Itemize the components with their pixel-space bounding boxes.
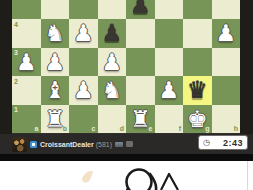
square-d3[interactable]: ♟ [98,48,127,77]
square-b5[interactable] [41,0,70,19]
piece-white-bishop[interactable]: ♝ [44,76,65,105]
square-a2[interactable]: 2 [12,76,41,105]
panel-divider [247,161,248,190]
file-label-g: g [205,125,209,132]
piece-white-pawn[interactable]: ♟ [101,48,122,77]
square-c5[interactable] [69,0,98,19]
rank-label-1: 1 [14,106,18,113]
square-a5[interactable] [12,0,41,19]
square-b4[interactable]: ♞ [41,19,70,48]
file-label-h: h [234,125,238,132]
square-e1[interactable]: ♜e [126,105,155,134]
rank-label-4: 4 [14,21,18,28]
clock-icon: ◷ [203,139,210,147]
piece-white-pawn[interactable]: ♟ [16,48,37,77]
square-a1[interactable]: 1a [12,105,41,134]
square-c1[interactable]: c [69,105,98,134]
file-label-b: b [63,125,67,132]
player-rating: (581) [96,141,112,148]
separator-strip [0,154,253,161]
player-avatar[interactable] [12,137,27,152]
file-label-d: d [120,125,124,132]
square-e2[interactable] [126,76,155,105]
piece-white-pawn[interactable]: ♟ [158,76,179,105]
square-f5[interactable] [155,0,184,19]
white-clock: ◷ 2:43 [198,135,248,150]
chess-board[interactable]: ♟4♞♟♟♟♟3♟♟2♝♟♞♟♛1a♜bcd♜ef♚gh [12,0,240,134]
square-a3[interactable]: ♟3 [12,48,41,77]
square-h3[interactable] [212,48,241,77]
file-label-e: e [149,125,153,132]
square-g5[interactable] [183,0,212,19]
rank-label-2: 2 [14,78,18,85]
chess-app-window: ♟4♞♟♟♟♟3♟♟2♝♟♞♟♛1a♜bcd♜ef♚gh CroissantDe… [0,0,253,190]
chess-board-grid[interactable]: ♟4♞♟♟♟♟3♟♟2♝♟♞♟♛1a♜bcd♜ef♚gh [12,0,240,133]
square-a4[interactable]: 4 [12,19,41,48]
file-label-a: a [35,125,39,132]
square-g4[interactable] [183,19,212,48]
piece-black-pawn[interactable]: ♟ [130,0,151,19]
square-f2[interactable]: ♟ [155,76,184,105]
piece-white-rook[interactable]: ♜ [130,105,151,134]
piece-black-pawn[interactable]: ♟ [101,19,122,48]
square-c4[interactable]: ♟ [69,19,98,48]
square-b3[interactable]: ♟ [41,48,70,77]
square-d2[interactable]: ♞ [98,76,127,105]
piece-white-pawn[interactable]: ♟ [215,19,236,48]
piece-white-knight[interactable]: ♞ [101,76,122,105]
square-g2[interactable]: ♛ [183,76,212,105]
board-right-margin [240,0,253,134]
pawn-illustration [0,161,253,190]
square-f1[interactable]: f [155,105,184,134]
square-h1[interactable]: h [212,105,241,134]
piece-black-queen[interactable]: ♛ [187,76,208,105]
square-g3[interactable] [183,48,212,77]
square-c3[interactable] [69,48,98,77]
square-e5[interactable]: ♟ [126,0,155,19]
bottom-panel [0,161,253,190]
player-username[interactable]: CroissantDealer [40,141,94,148]
rank-label-3: 3 [14,49,18,56]
square-e3[interactable] [126,48,155,77]
square-h2[interactable] [212,76,241,105]
piece-white-pawn[interactable]: ♟ [73,76,94,105]
square-d1[interactable]: d [98,105,127,134]
square-h4[interactable]: ♟ [212,19,241,48]
square-d4[interactable]: ♟ [98,19,127,48]
square-b1[interactable]: ♜b [41,105,70,134]
square-d5[interactable] [98,0,127,19]
verified-badge-icon [30,141,37,148]
square-e4[interactable] [126,19,155,48]
square-f4[interactable] [155,19,184,48]
flag-icon [115,142,123,147]
square-b2[interactable]: ♝ [41,76,70,105]
square-g1[interactable]: ♚g [183,105,212,134]
member-icon [126,141,133,147]
file-label-c: c [92,125,96,132]
square-c2[interactable]: ♟ [69,76,98,105]
board-left-margin [0,0,12,134]
piece-white-knight[interactable]: ♞ [44,19,65,48]
piece-white-pawn[interactable]: ♟ [73,19,94,48]
piece-white-pawn[interactable]: ♟ [44,48,65,77]
file-label-f: f [179,125,181,132]
square-f3[interactable] [155,48,184,77]
square-h5[interactable] [212,0,241,19]
clock-time: 2:43 [223,138,243,148]
